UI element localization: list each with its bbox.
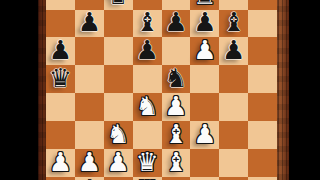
piece-black-pawn: ♟	[78, 9, 101, 35]
square-c2: ♟	[104, 149, 133, 177]
square-b7: ♟	[75, 10, 104, 38]
piece-white-knight: ♞	[107, 121, 130, 147]
piece-white-king: ♚	[78, 177, 101, 180]
square-g4	[219, 93, 248, 121]
square-c4	[104, 93, 133, 121]
piece-white-pawn: ♟	[49, 149, 72, 175]
piece-black-pawn: ♟	[164, 9, 187, 35]
square-d2: ♛	[133, 149, 162, 177]
square-c5	[104, 65, 133, 93]
square-c6	[104, 37, 133, 65]
square-d1: ♜	[133, 177, 162, 180]
square-e7: ♟	[162, 10, 191, 38]
square-b6	[75, 37, 104, 65]
square-c3: ♞	[104, 121, 133, 149]
square-a7	[46, 10, 75, 38]
square-h2	[248, 149, 277, 177]
square-b2: ♟	[75, 149, 104, 177]
square-d3	[133, 121, 162, 149]
piece-white-bishop: ♝	[164, 121, 187, 147]
square-h5	[248, 65, 277, 93]
square-b5	[75, 65, 104, 93]
square-h6	[248, 37, 277, 65]
square-g5	[219, 65, 248, 93]
square-e5: ♞	[162, 65, 191, 93]
square-f1	[190, 177, 219, 180]
square-f6: ♟	[190, 37, 219, 65]
piece-white-rook: ♜	[193, 0, 216, 8]
square-b3	[75, 121, 104, 149]
square-f5	[190, 65, 219, 93]
square-g2	[219, 149, 248, 177]
square-b1: ♚	[75, 177, 104, 180]
square-a6: ♟	[46, 37, 75, 65]
square-f7: ♟	[190, 10, 219, 38]
piece-white-pawn: ♟	[107, 149, 130, 175]
square-e6	[162, 37, 191, 65]
piece-black-bishop: ♝	[135, 9, 158, 35]
chess-board: ♚♜♟♝♟♟♝♟♟♟♟♛♞♞♟♞♝♟♟♟♟♛♝♚♜	[46, 0, 277, 180]
square-e2: ♝	[162, 149, 191, 177]
piece-white-pawn: ♟	[164, 93, 187, 119]
piece-black-pawn: ♟	[222, 37, 245, 63]
square-f4	[190, 93, 219, 121]
square-a3	[46, 121, 75, 149]
square-b4	[75, 93, 104, 121]
piece-white-pawn: ♟	[193, 37, 216, 63]
square-g7: ♝	[219, 10, 248, 38]
square-d4: ♞	[133, 93, 162, 121]
square-f3: ♟	[190, 121, 219, 149]
square-g1	[219, 177, 248, 180]
piece-white-pawn: ♟	[193, 121, 216, 147]
square-h7	[248, 10, 277, 38]
square-g6: ♟	[219, 37, 248, 65]
piece-white-bishop: ♝	[164, 149, 187, 175]
square-e3: ♝	[162, 121, 191, 149]
square-h8	[248, 0, 277, 10]
piece-black-pawn: ♟	[135, 37, 158, 63]
square-h3	[248, 121, 277, 149]
square-d7: ♝	[133, 10, 162, 38]
square-a5: ♛	[46, 65, 75, 93]
square-e1	[162, 177, 191, 180]
piece-black-pawn: ♟	[49, 37, 72, 63]
square-c1	[104, 177, 133, 180]
square-g3	[219, 121, 248, 149]
square-f2	[190, 149, 219, 177]
square-c7	[104, 10, 133, 38]
square-h4	[248, 93, 277, 121]
square-a1	[46, 177, 75, 180]
piece-white-pawn: ♟	[78, 149, 101, 175]
square-d5	[133, 65, 162, 93]
square-h1	[248, 177, 277, 180]
square-a2: ♟	[46, 149, 75, 177]
piece-black-pawn: ♟	[193, 9, 216, 35]
piece-black-king: ♚	[107, 0, 130, 8]
square-e4: ♟	[162, 93, 191, 121]
square-d6: ♟	[133, 37, 162, 65]
piece-white-rook: ♜	[135, 177, 158, 180]
square-a4	[46, 93, 75, 121]
square-c8: ♚	[104, 0, 133, 10]
piece-black-queen: ♛	[49, 65, 72, 91]
piece-black-knight: ♞	[164, 65, 187, 91]
piece-white-queen: ♛	[135, 149, 158, 175]
square-a8	[46, 0, 75, 10]
video-frame: ♚♜♟♝♟♟♝♟♟♟♟♛♞♞♟♞♝♟♟♟♟♛♝♚♜	[0, 0, 320, 180]
piece-black-bishop: ♝	[222, 9, 245, 35]
piece-white-knight: ♞	[135, 93, 158, 119]
